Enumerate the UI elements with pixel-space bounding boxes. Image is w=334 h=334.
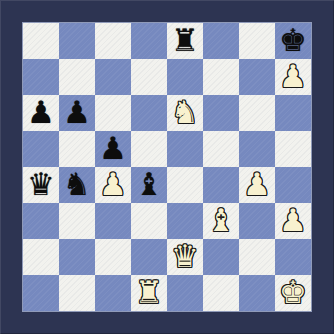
square-d7[interactable] bbox=[131, 59, 167, 95]
piece-white-pawn[interactable]: ♟︎ bbox=[99, 169, 127, 200]
square-c7[interactable] bbox=[95, 59, 131, 95]
square-c4[interactable]: ♟︎ bbox=[95, 167, 131, 203]
square-e1[interactable] bbox=[167, 275, 203, 311]
square-h6[interactable] bbox=[275, 95, 311, 131]
square-e7[interactable] bbox=[167, 59, 203, 95]
piece-black-knight[interactable]: ♞︎ bbox=[63, 169, 91, 200]
square-g7[interactable] bbox=[239, 59, 275, 95]
chess-board: ♜︎♚︎♟︎♟︎♟︎♞︎♟︎♛︎♞︎♟︎♝︎♟︎♝︎♟︎♛︎♜︎♚︎ bbox=[23, 23, 311, 311]
square-h3[interactable]: ♟︎ bbox=[275, 203, 311, 239]
square-h4[interactable] bbox=[275, 167, 311, 203]
square-b1[interactable] bbox=[59, 275, 95, 311]
square-g8[interactable] bbox=[239, 23, 275, 59]
square-g1[interactable] bbox=[239, 275, 275, 311]
piece-black-king[interactable]: ♚︎ bbox=[279, 25, 307, 56]
piece-white-queen[interactable]: ♛︎ bbox=[171, 241, 199, 272]
square-g5[interactable] bbox=[239, 131, 275, 167]
square-f3[interactable]: ♝︎ bbox=[203, 203, 239, 239]
square-h2[interactable] bbox=[275, 239, 311, 275]
square-d5[interactable] bbox=[131, 131, 167, 167]
square-b6[interactable]: ♟︎ bbox=[59, 95, 95, 131]
square-b5[interactable] bbox=[59, 131, 95, 167]
square-c2[interactable] bbox=[95, 239, 131, 275]
square-f8[interactable] bbox=[203, 23, 239, 59]
square-c6[interactable] bbox=[95, 95, 131, 131]
square-d2[interactable] bbox=[131, 239, 167, 275]
square-f6[interactable] bbox=[203, 95, 239, 131]
piece-black-pawn[interactable]: ♟︎ bbox=[99, 133, 127, 164]
square-d3[interactable] bbox=[131, 203, 167, 239]
square-c5[interactable]: ♟︎ bbox=[95, 131, 131, 167]
square-a8[interactable] bbox=[23, 23, 59, 59]
square-a5[interactable] bbox=[23, 131, 59, 167]
piece-black-bishop[interactable]: ♝︎ bbox=[135, 169, 163, 200]
square-g3[interactable] bbox=[239, 203, 275, 239]
square-a1[interactable] bbox=[23, 275, 59, 311]
square-f5[interactable] bbox=[203, 131, 239, 167]
square-b8[interactable] bbox=[59, 23, 95, 59]
square-b4[interactable]: ♞︎ bbox=[59, 167, 95, 203]
square-e8[interactable]: ♜︎ bbox=[167, 23, 203, 59]
piece-white-knight[interactable]: ♞︎ bbox=[171, 97, 199, 128]
square-h1[interactable]: ♚︎ bbox=[275, 275, 311, 311]
square-h8[interactable]: ♚︎ bbox=[275, 23, 311, 59]
square-f4[interactable] bbox=[203, 167, 239, 203]
piece-white-pawn[interactable]: ♟︎ bbox=[279, 205, 307, 236]
square-e3[interactable] bbox=[167, 203, 203, 239]
piece-white-rook[interactable]: ♜︎ bbox=[135, 277, 163, 308]
piece-white-pawn[interactable]: ♟︎ bbox=[243, 169, 271, 200]
square-a4[interactable]: ♛︎ bbox=[23, 167, 59, 203]
square-a6[interactable]: ♟︎ bbox=[23, 95, 59, 131]
square-e2[interactable]: ♛︎ bbox=[167, 239, 203, 275]
square-h5[interactable] bbox=[275, 131, 311, 167]
square-c8[interactable] bbox=[95, 23, 131, 59]
piece-white-king[interactable]: ♚︎ bbox=[279, 277, 307, 308]
piece-black-rook[interactable]: ♜︎ bbox=[171, 25, 199, 56]
piece-black-pawn[interactable]: ♟︎ bbox=[63, 97, 91, 128]
piece-white-bishop[interactable]: ♝︎ bbox=[207, 205, 235, 236]
square-a3[interactable] bbox=[23, 203, 59, 239]
square-a2[interactable] bbox=[23, 239, 59, 275]
square-g2[interactable] bbox=[239, 239, 275, 275]
piece-black-queen[interactable]: ♛︎ bbox=[27, 169, 55, 200]
piece-black-pawn[interactable]: ♟︎ bbox=[27, 97, 55, 128]
square-a7[interactable] bbox=[23, 59, 59, 95]
square-h7[interactable]: ♟︎ bbox=[275, 59, 311, 95]
board-frame: ♜︎♚︎♟︎♟︎♟︎♞︎♟︎♛︎♞︎♟︎♝︎♟︎♝︎♟︎♛︎♜︎♚︎ bbox=[0, 0, 334, 334]
square-d1[interactable]: ♜︎ bbox=[131, 275, 167, 311]
square-e4[interactable] bbox=[167, 167, 203, 203]
square-e6[interactable]: ♞︎ bbox=[167, 95, 203, 131]
square-e5[interactable] bbox=[167, 131, 203, 167]
square-c1[interactable] bbox=[95, 275, 131, 311]
square-d4[interactable]: ♝︎ bbox=[131, 167, 167, 203]
square-f1[interactable] bbox=[203, 275, 239, 311]
square-g6[interactable] bbox=[239, 95, 275, 131]
square-d8[interactable] bbox=[131, 23, 167, 59]
square-c3[interactable] bbox=[95, 203, 131, 239]
square-d6[interactable] bbox=[131, 95, 167, 131]
square-b2[interactable] bbox=[59, 239, 95, 275]
square-b7[interactable] bbox=[59, 59, 95, 95]
piece-white-pawn[interactable]: ♟︎ bbox=[279, 61, 307, 92]
square-f7[interactable] bbox=[203, 59, 239, 95]
square-g4[interactable]: ♟︎ bbox=[239, 167, 275, 203]
square-b3[interactable] bbox=[59, 203, 95, 239]
square-f2[interactable] bbox=[203, 239, 239, 275]
